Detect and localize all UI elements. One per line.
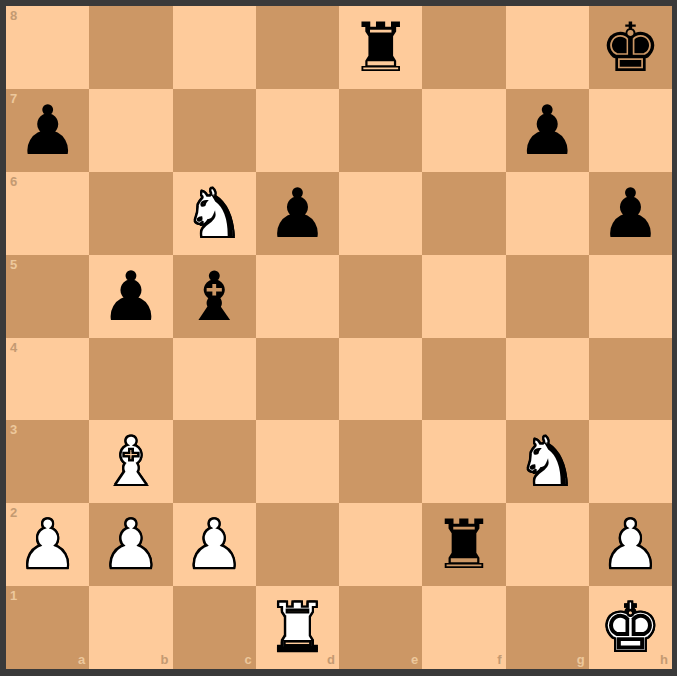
piece-black-rook[interactable]: ♜	[433, 503, 494, 586]
file-label-e: e	[411, 653, 418, 666]
square-c1[interactable]: c	[173, 586, 256, 669]
chess-board-frame: 8♜♚7♟♟6♞♟♟5♟♝43♝♞2♟♟♟♜♟1abcd♜efgh♚	[0, 0, 677, 676]
square-g5[interactable]	[506, 255, 589, 338]
square-a2[interactable]: 2♟	[6, 503, 89, 586]
square-e2[interactable]	[339, 503, 422, 586]
piece-white-king[interactable]: ♚	[600, 586, 661, 669]
square-g1[interactable]: g	[506, 586, 589, 669]
square-c5[interactable]: ♝	[173, 255, 256, 338]
piece-white-pawn[interactable]: ♟	[17, 503, 78, 586]
file-label-f: f	[497, 653, 501, 666]
piece-white-pawn[interactable]: ♟	[100, 503, 161, 586]
square-e3[interactable]	[339, 420, 422, 503]
rank-label-2: 2	[10, 506, 17, 519]
file-label-a: a	[78, 653, 85, 666]
square-h3[interactable]	[589, 420, 672, 503]
piece-black-pawn[interactable]: ♟	[17, 89, 78, 172]
square-f1[interactable]: f	[422, 586, 505, 669]
square-f4[interactable]	[422, 338, 505, 420]
square-c6[interactable]: ♞	[173, 172, 256, 255]
rank-label-6: 6	[10, 175, 17, 188]
square-d2[interactable]	[256, 503, 339, 586]
square-b1[interactable]: b	[89, 586, 172, 669]
square-d8[interactable]	[256, 6, 339, 89]
square-d1[interactable]: d♜	[256, 586, 339, 669]
square-b4[interactable]	[89, 338, 172, 420]
square-b2[interactable]: ♟	[89, 503, 172, 586]
square-h8[interactable]: ♚	[589, 6, 672, 89]
square-a8[interactable]: 8	[6, 6, 89, 89]
square-a6[interactable]: 6	[6, 172, 89, 255]
file-label-h: h	[660, 653, 668, 666]
square-d3[interactable]	[256, 420, 339, 503]
piece-black-pawn[interactable]: ♟	[100, 255, 161, 338]
square-g3[interactable]: ♞	[506, 420, 589, 503]
square-g8[interactable]	[506, 6, 589, 89]
square-g6[interactable]	[506, 172, 589, 255]
square-c8[interactable]	[173, 6, 256, 89]
square-c2[interactable]: ♟	[173, 503, 256, 586]
square-e1[interactable]: e	[339, 586, 422, 669]
rank-label-3: 3	[10, 423, 17, 436]
square-f7[interactable]	[422, 89, 505, 172]
square-b6[interactable]	[89, 172, 172, 255]
piece-black-bishop[interactable]: ♝	[184, 255, 245, 338]
file-label-b: b	[161, 653, 169, 666]
square-h5[interactable]	[589, 255, 672, 338]
rank-label-5: 5	[10, 258, 17, 271]
piece-black-pawn[interactable]: ♟	[267, 172, 328, 255]
rank-label-4: 4	[10, 341, 17, 354]
file-label-c: c	[245, 653, 252, 666]
rank-label-7: 7	[10, 92, 17, 105]
rank-label-8: 8	[10, 9, 17, 22]
rank-label-1: 1	[10, 589, 17, 602]
square-e5[interactable]	[339, 255, 422, 338]
chess-board: 8♜♚7♟♟6♞♟♟5♟♝43♝♞2♟♟♟♜♟1abcd♜efgh♚	[6, 6, 672, 669]
piece-white-knight[interactable]: ♞	[517, 420, 578, 503]
square-h7[interactable]	[589, 89, 672, 172]
square-b3[interactable]: ♝	[89, 420, 172, 503]
square-g2[interactable]	[506, 503, 589, 586]
square-d4[interactable]	[256, 338, 339, 420]
square-d7[interactable]	[256, 89, 339, 172]
square-b7[interactable]	[89, 89, 172, 172]
square-h6[interactable]: ♟	[589, 172, 672, 255]
square-g7[interactable]: ♟	[506, 89, 589, 172]
square-e7[interactable]	[339, 89, 422, 172]
piece-black-rook[interactable]: ♜	[350, 6, 411, 89]
square-h1[interactable]: h♚	[589, 586, 672, 669]
square-a5[interactable]: 5	[6, 255, 89, 338]
square-h2[interactable]: ♟	[589, 503, 672, 586]
square-e8[interactable]: ♜	[339, 6, 422, 89]
file-label-g: g	[577, 653, 585, 666]
square-d5[interactable]	[256, 255, 339, 338]
square-e4[interactable]	[339, 338, 422, 420]
square-f3[interactable]	[422, 420, 505, 503]
piece-black-king[interactable]: ♚	[600, 6, 661, 89]
square-f6[interactable]	[422, 172, 505, 255]
square-g4[interactable]	[506, 338, 589, 420]
square-a1[interactable]: 1a	[6, 586, 89, 669]
square-c4[interactable]	[173, 338, 256, 420]
piece-white-rook[interactable]: ♜	[267, 586, 328, 669]
square-c3[interactable]	[173, 420, 256, 503]
square-d6[interactable]: ♟	[256, 172, 339, 255]
square-f2[interactable]: ♜	[422, 503, 505, 586]
piece-white-bishop[interactable]: ♝	[100, 420, 161, 503]
square-b8[interactable]	[89, 6, 172, 89]
file-label-d: d	[327, 653, 335, 666]
square-a3[interactable]: 3	[6, 420, 89, 503]
square-f5[interactable]	[422, 255, 505, 338]
piece-black-pawn[interactable]: ♟	[600, 172, 661, 255]
square-e6[interactable]	[339, 172, 422, 255]
piece-white-knight[interactable]: ♞	[184, 172, 245, 255]
square-c7[interactable]	[173, 89, 256, 172]
square-h4[interactable]	[589, 338, 672, 420]
square-a4[interactable]: 4	[6, 338, 89, 420]
piece-white-pawn[interactable]: ♟	[184, 503, 245, 586]
square-b5[interactable]: ♟	[89, 255, 172, 338]
square-a7[interactable]: 7♟	[6, 89, 89, 172]
piece-black-pawn[interactable]: ♟	[517, 89, 578, 172]
piece-white-pawn[interactable]: ♟	[600, 503, 661, 586]
square-f8[interactable]	[422, 6, 505, 89]
